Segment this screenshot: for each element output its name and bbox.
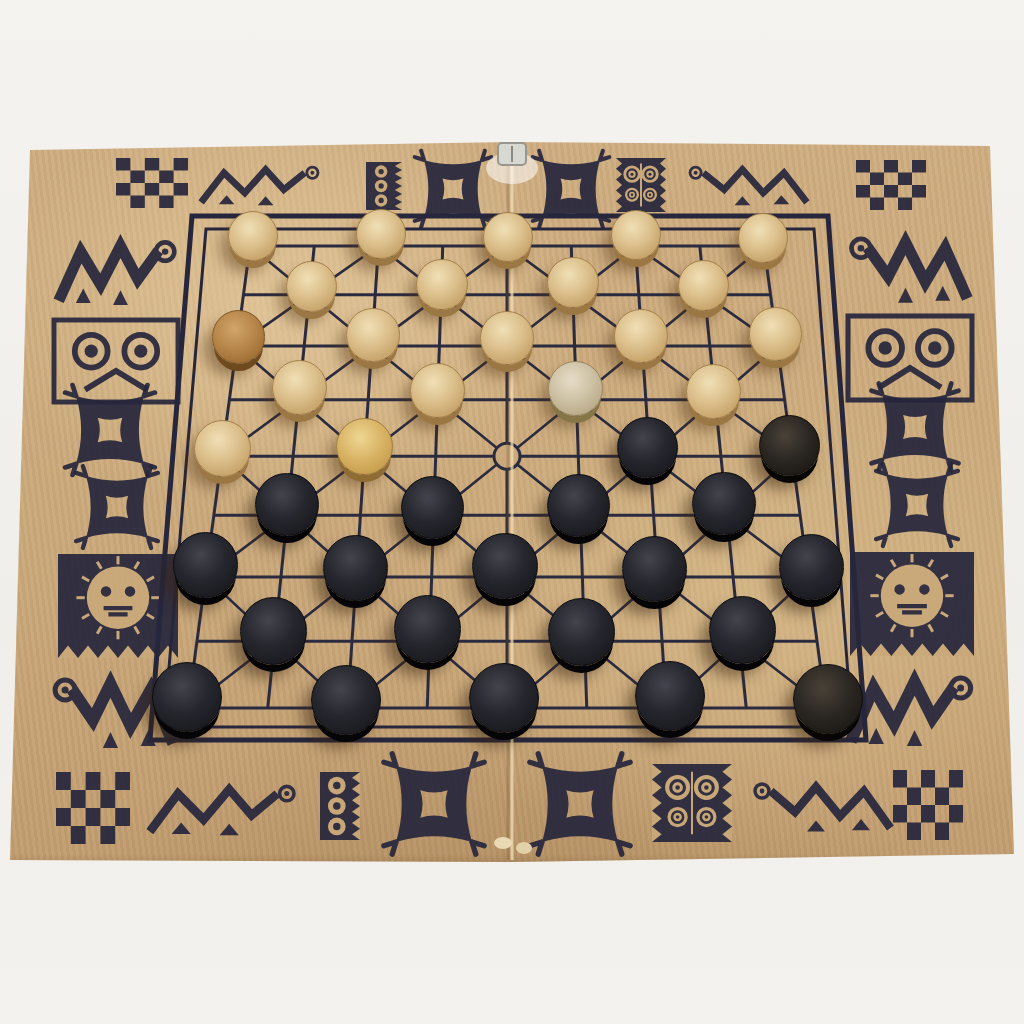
piece-light-r1c7[interactable] [611, 210, 661, 260]
piece-light-r2c6[interactable] [547, 257, 599, 309]
piece-dark-r7c7[interactable] [622, 536, 687, 601]
piece-dark-r9c7[interactable] [635, 661, 705, 731]
piece-dark-r9c9[interactable] [793, 664, 863, 734]
piece-dark-r8c4[interactable] [394, 595, 462, 663]
piece-dark-r8c2[interactable] [240, 597, 308, 665]
piece-light-r3c1[interactable] [212, 310, 265, 363]
piece-light-r4c8[interactable] [686, 364, 741, 419]
piece-light-r3c7[interactable] [614, 309, 667, 362]
piece-dark-r9c3[interactable] [311, 665, 381, 735]
piece-light-r5c1[interactable] [194, 420, 251, 477]
piece-light-r3c5[interactable] [480, 311, 533, 364]
piece-light-r4c6[interactable] [548, 361, 603, 416]
piece-light-r1c5[interactable] [483, 212, 533, 262]
piece-light-r5c3[interactable] [336, 418, 393, 475]
game-board [0, 0, 1024, 1024]
piece-dark-r5c9[interactable] [759, 415, 820, 476]
piece-dark-r8c6[interactable] [548, 598, 616, 666]
piece-light-r1c3[interactable] [356, 209, 406, 259]
piece-light-r3c9[interactable] [749, 307, 802, 360]
piece-dark-r7c5[interactable] [472, 533, 537, 598]
piece-dark-r9c1[interactable] [152, 662, 222, 732]
piece-dark-r9c5[interactable] [469, 663, 539, 733]
piece-light-r1c1[interactable] [228, 211, 278, 261]
piece-dark-r7c9[interactable] [779, 534, 844, 599]
piece-dark-r6c4[interactable] [401, 476, 464, 539]
piece-dark-r7c1[interactable] [173, 532, 238, 597]
piece-light-r3c3[interactable] [346, 308, 399, 361]
piece-dark-r6c2[interactable] [255, 473, 318, 536]
piece-light-r1c9[interactable] [738, 213, 788, 263]
piece-dark-r6c8[interactable] [692, 472, 755, 535]
piece-dark-r8c8[interactable] [709, 596, 777, 664]
photo-scene [0, 0, 1024, 1024]
piece-light-r2c4[interactable] [416, 259, 468, 311]
piece-dark-r7c3[interactable] [323, 535, 388, 600]
piece-dark-r6c6[interactable] [547, 474, 610, 537]
piece-dark-r5c7[interactable] [617, 417, 678, 478]
